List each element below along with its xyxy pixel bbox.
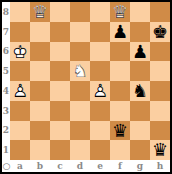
- square-g8[interactable]: [130, 2, 150, 22]
- square-c1[interactable]: [50, 140, 70, 160]
- square-h3[interactable]: [150, 101, 170, 121]
- rank-label-1: 1: [2, 140, 10, 160]
- white-queen-f8: ♛♕: [110, 2, 130, 22]
- square-c3[interactable]: [50, 101, 70, 121]
- square-g3[interactable]: [130, 101, 150, 121]
- square-c2[interactable]: [50, 121, 70, 141]
- white-queen-b8: ♛♕: [30, 2, 50, 22]
- rank-label-8: 8: [2, 2, 10, 22]
- file-label-h: h: [150, 160, 170, 172]
- rank-label-7: 7: [2, 22, 10, 42]
- square-a7[interactable]: [10, 22, 30, 42]
- square-g1[interactable]: [130, 140, 150, 160]
- square-f4[interactable]: [110, 81, 130, 101]
- square-e6[interactable]: [90, 42, 110, 62]
- board: ♛♕♛♕♟♚♚♔♟♞♘♟♙♟♙♞♛♛: [10, 2, 170, 160]
- white-pawn-a4: ♟♙: [10, 81, 30, 101]
- white-knight-d5: ♞♘: [70, 61, 90, 81]
- square-b2[interactable]: [30, 121, 50, 141]
- file-label-d: d: [70, 160, 90, 172]
- square-e2[interactable]: [90, 121, 110, 141]
- black-knight-g4: ♞: [130, 81, 150, 101]
- square-e7[interactable]: [90, 22, 110, 42]
- white-to-move-indicator: ○: [2, 160, 11, 172]
- square-b7[interactable]: [30, 22, 50, 42]
- chess-diagram: 87654321 ♛♕♛♕♟♚♚♔♟♞♘♟♙♟♙♞♛♛ abcdefgh ○: [0, 0, 172, 174]
- square-a8[interactable]: [10, 2, 30, 22]
- square-d4[interactable]: [70, 81, 90, 101]
- file-label-f: f: [110, 160, 130, 172]
- square-h7[interactable]: ♚: [150, 22, 170, 42]
- rank-label-4: 4: [2, 81, 10, 101]
- square-h8[interactable]: [150, 2, 170, 22]
- square-d5[interactable]: ♞♘: [70, 61, 90, 81]
- square-e5[interactable]: [90, 61, 110, 81]
- square-g4[interactable]: ♞: [130, 81, 150, 101]
- file-label-a: a: [10, 160, 30, 172]
- square-h2[interactable]: [150, 121, 170, 141]
- square-f3[interactable]: [110, 101, 130, 121]
- black-pawn-g6: ♟: [130, 42, 150, 62]
- square-e8[interactable]: [90, 2, 110, 22]
- square-a2[interactable]: [10, 121, 30, 141]
- square-f6[interactable]: [110, 42, 130, 62]
- square-e1[interactable]: [90, 140, 110, 160]
- square-g7[interactable]: [130, 22, 150, 42]
- white-king-a6: ♚♔: [10, 42, 30, 62]
- square-e3[interactable]: [90, 101, 110, 121]
- square-f5[interactable]: [110, 61, 130, 81]
- black-queen-h1: ♛: [150, 140, 170, 160]
- rank-label-5: 5: [2, 61, 10, 81]
- square-b4[interactable]: [30, 81, 50, 101]
- square-a3[interactable]: [10, 101, 30, 121]
- rank-label-3: 3: [2, 101, 10, 121]
- square-b1[interactable]: [30, 140, 50, 160]
- square-c7[interactable]: [50, 22, 70, 42]
- square-h6[interactable]: [150, 42, 170, 62]
- black-queen-f2: ♛: [110, 121, 130, 141]
- square-g6[interactable]: ♟: [130, 42, 150, 62]
- square-b8[interactable]: ♛♕: [30, 2, 50, 22]
- square-a1[interactable]: [10, 140, 30, 160]
- square-d7[interactable]: [70, 22, 90, 42]
- square-e4[interactable]: ♟♙: [90, 81, 110, 101]
- square-c4[interactable]: [50, 81, 70, 101]
- black-king-h7: ♚: [150, 22, 170, 42]
- square-h4[interactable]: [150, 81, 170, 101]
- square-c6[interactable]: [50, 42, 70, 62]
- square-f2[interactable]: ♛: [110, 121, 130, 141]
- square-d2[interactable]: [70, 121, 90, 141]
- square-g5[interactable]: [130, 61, 150, 81]
- rank-labels: 87654321: [2, 2, 10, 160]
- square-c8[interactable]: [50, 2, 70, 22]
- square-b5[interactable]: [30, 61, 50, 81]
- rank-label-2: 2: [2, 121, 10, 141]
- square-b6[interactable]: [30, 42, 50, 62]
- square-h5[interactable]: [150, 61, 170, 81]
- file-label-e: e: [90, 160, 110, 172]
- square-d8[interactable]: [70, 2, 90, 22]
- square-b3[interactable]: [30, 101, 50, 121]
- file-labels: abcdefgh: [10, 160, 170, 172]
- square-c5[interactable]: [50, 61, 70, 81]
- file-label-g: g: [130, 160, 150, 172]
- square-g2[interactable]: [130, 121, 150, 141]
- square-f1[interactable]: [110, 140, 130, 160]
- square-f7[interactable]: ♟: [110, 22, 130, 42]
- black-pawn-f7: ♟: [110, 22, 130, 42]
- rank-label-6: 6: [2, 42, 10, 62]
- square-a4[interactable]: ♟♙: [10, 81, 30, 101]
- square-d6[interactable]: [70, 42, 90, 62]
- white-pawn-e4: ♟♙: [90, 81, 110, 101]
- square-a6[interactable]: ♚♔: [10, 42, 30, 62]
- file-label-b: b: [30, 160, 50, 172]
- square-d3[interactable]: [70, 101, 90, 121]
- file-label-c: c: [50, 160, 70, 172]
- square-f8[interactable]: ♛♕: [110, 2, 130, 22]
- square-d1[interactable]: [70, 140, 90, 160]
- square-a5[interactable]: [10, 61, 30, 81]
- square-h1[interactable]: ♛: [150, 140, 170, 160]
